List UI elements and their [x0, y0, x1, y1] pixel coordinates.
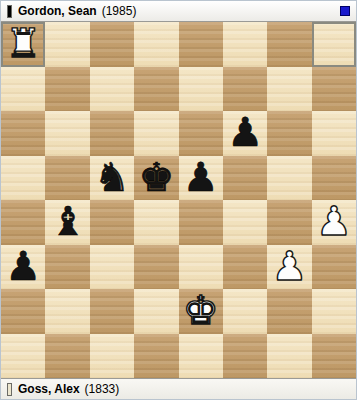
square-g1[interactable]: [267, 334, 311, 379]
square-b2[interactable]: [45, 289, 89, 334]
square-b8[interactable]: [45, 22, 89, 67]
square-f6[interactable]: ♟: [223, 111, 267, 156]
square-c3[interactable]: [90, 245, 134, 290]
square-g7[interactable]: [267, 67, 311, 112]
square-d1[interactable]: [134, 334, 178, 379]
square-f4[interactable]: [223, 200, 267, 245]
square-f2[interactable]: [223, 289, 267, 334]
black-bishop: ♝: [50, 201, 86, 241]
top-player-name: Gordon, Sean: [18, 4, 97, 18]
square-d3[interactable]: [134, 245, 178, 290]
square-b3[interactable]: [45, 245, 89, 290]
square-b6[interactable]: [45, 111, 89, 156]
chess-board: ♜♟♞♚♟♝♟♟♟♚: [1, 22, 356, 378]
black-king: ♚: [138, 157, 174, 197]
black-pawn: ♟: [183, 157, 219, 197]
square-g6[interactable]: [267, 111, 311, 156]
square-e6[interactable]: [179, 111, 223, 156]
square-g5[interactable]: [267, 156, 311, 201]
square-c1[interactable]: [90, 334, 134, 379]
square-b1[interactable]: [45, 334, 89, 379]
square-c6[interactable]: [90, 111, 134, 156]
square-a7[interactable]: [1, 67, 45, 112]
square-b5[interactable]: [45, 156, 89, 201]
square-d6[interactable]: [134, 111, 178, 156]
square-e4[interactable]: [179, 200, 223, 245]
square-d4[interactable]: [134, 200, 178, 245]
white-rook: ♜: [5, 23, 41, 63]
square-e2[interactable]: ♚: [179, 289, 223, 334]
white-side-indicator: [7, 383, 12, 396]
white-pawn: ♟: [316, 201, 352, 241]
square-a1[interactable]: [1, 334, 45, 379]
black-side-indicator: [7, 5, 12, 18]
square-c5[interactable]: ♞: [90, 156, 134, 201]
square-h6[interactable]: [312, 111, 356, 156]
square-c2[interactable]: [90, 289, 134, 334]
square-a2[interactable]: [1, 289, 45, 334]
square-a5[interactable]: [1, 156, 45, 201]
square-c4[interactable]: [90, 200, 134, 245]
square-g3[interactable]: ♟: [267, 245, 311, 290]
square-d5[interactable]: ♚: [134, 156, 178, 201]
square-h4[interactable]: ♟: [312, 200, 356, 245]
square-f8[interactable]: [223, 22, 267, 67]
chess-pane: Gordon, Sean (1985) ♜♟♞♚♟♝♟♟♟♚ Goss, Ale…: [0, 0, 357, 400]
square-c7[interactable]: [90, 67, 134, 112]
square-b4[interactable]: ♝: [45, 200, 89, 245]
square-h3[interactable]: [312, 245, 356, 290]
square-e1[interactable]: [179, 334, 223, 379]
square-e8[interactable]: [179, 22, 223, 67]
square-f1[interactable]: [223, 334, 267, 379]
square-h2[interactable]: [312, 289, 356, 334]
square-e7[interactable]: [179, 67, 223, 112]
square-h8[interactable]: [312, 22, 356, 67]
square-h5[interactable]: [312, 156, 356, 201]
square-b7[interactable]: [45, 67, 89, 112]
square-c8[interactable]: [90, 22, 134, 67]
top-player-bar: Gordon, Sean (1985): [1, 1, 356, 22]
black-knight: ♞: [94, 157, 130, 197]
bottom-player-rating: (1833): [85, 382, 120, 396]
top-player-rating: (1985): [102, 4, 137, 18]
bottom-player-name: Goss, Alex: [18, 382, 80, 396]
square-f7[interactable]: [223, 67, 267, 112]
square-e5[interactable]: ♟: [179, 156, 223, 201]
black-pawn: ♟: [5, 246, 41, 286]
square-a3[interactable]: ♟: [1, 245, 45, 290]
square-h7[interactable]: [312, 67, 356, 112]
square-d8[interactable]: [134, 22, 178, 67]
square-f3[interactable]: [223, 245, 267, 290]
square-g8[interactable]: [267, 22, 311, 67]
square-g4[interactable]: [267, 200, 311, 245]
square-a4[interactable]: [1, 200, 45, 245]
square-d2[interactable]: [134, 289, 178, 334]
engine-status-icon[interactable]: [340, 6, 350, 16]
white-king: ♚: [183, 290, 219, 330]
square-a8[interactable]: ♜: [1, 22, 45, 67]
square-h1[interactable]: [312, 334, 356, 379]
square-e3[interactable]: [179, 245, 223, 290]
white-pawn: ♟: [272, 246, 308, 286]
black-pawn: ♟: [227, 112, 263, 152]
square-f5[interactable]: [223, 156, 267, 201]
square-d7[interactable]: [134, 67, 178, 112]
bottom-player-bar: Goss, Alex (1833): [1, 378, 356, 399]
square-a6[interactable]: [1, 111, 45, 156]
square-g2[interactable]: [267, 289, 311, 334]
